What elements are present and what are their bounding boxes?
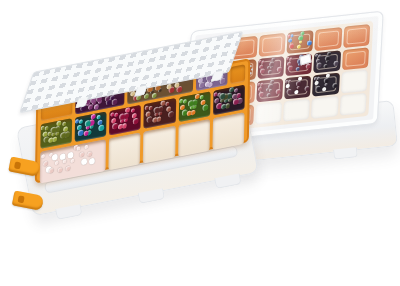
bead xyxy=(133,118,139,125)
bead xyxy=(84,145,88,150)
bead xyxy=(315,58,319,62)
bead xyxy=(131,108,135,113)
bead xyxy=(45,126,49,131)
bead xyxy=(200,95,204,100)
bead xyxy=(306,41,311,47)
tray-compartment xyxy=(178,119,210,157)
storage-bin xyxy=(339,92,366,115)
bead xyxy=(267,65,270,68)
bead xyxy=(168,111,174,118)
tray-compartment xyxy=(144,98,176,128)
bin-ridge xyxy=(345,50,366,67)
bead xyxy=(110,113,114,118)
bead xyxy=(114,112,118,117)
bead xyxy=(118,123,123,129)
left-box-foot xyxy=(55,204,83,220)
bead xyxy=(43,160,48,166)
storage-bin xyxy=(285,53,312,76)
storage-bin xyxy=(342,47,369,70)
bead xyxy=(79,152,84,158)
bead xyxy=(313,77,316,80)
tray-compartment xyxy=(75,112,107,142)
storage-bin xyxy=(257,56,284,79)
storage-bin xyxy=(255,101,282,124)
tray-compartment xyxy=(178,92,210,122)
latch-slot xyxy=(17,195,24,203)
bead xyxy=(89,157,95,164)
bead xyxy=(62,159,66,164)
left-box-foot xyxy=(138,188,166,204)
bead xyxy=(179,99,183,104)
bead xyxy=(83,130,88,136)
storage-bin xyxy=(341,70,368,93)
storage-bin xyxy=(315,27,342,50)
tray-compartment xyxy=(109,132,141,170)
bead xyxy=(77,146,81,151)
tray-compartment xyxy=(40,118,72,148)
bead xyxy=(266,93,270,97)
tray-compartment xyxy=(231,64,246,84)
bead xyxy=(99,125,105,132)
bead xyxy=(304,86,309,92)
bead xyxy=(49,168,54,174)
storage-bin xyxy=(311,95,338,118)
bead xyxy=(152,92,157,98)
product-photo: Product photo on a white background: two… xyxy=(0,0,400,286)
bead xyxy=(70,159,74,164)
bead xyxy=(276,89,281,95)
bead xyxy=(87,151,92,157)
bin-ridge xyxy=(318,30,339,47)
bead xyxy=(148,106,152,111)
bead xyxy=(96,115,100,120)
tray-compartment xyxy=(213,85,245,115)
storage-bin xyxy=(256,78,283,101)
bead xyxy=(318,54,321,57)
storage-bin xyxy=(312,73,339,96)
bead xyxy=(183,99,187,104)
right-box-foot xyxy=(333,147,358,159)
latch-slot xyxy=(14,161,21,169)
bead xyxy=(41,154,45,159)
storage-bin xyxy=(314,50,341,73)
left-organizer-box xyxy=(0,32,272,255)
bead xyxy=(144,106,148,111)
bead xyxy=(62,121,66,126)
bead xyxy=(332,83,337,89)
tray-compartment xyxy=(212,112,244,150)
bead xyxy=(57,167,62,173)
bead xyxy=(79,119,83,124)
bead xyxy=(65,166,70,172)
storage-bin xyxy=(284,75,311,98)
bead xyxy=(55,160,59,165)
tray-compartment xyxy=(143,126,175,164)
bead xyxy=(333,61,338,67)
storage-bin xyxy=(343,24,370,47)
bead xyxy=(305,63,310,69)
bead xyxy=(42,131,47,137)
bin-ridge xyxy=(262,36,283,53)
storage-bin xyxy=(258,33,285,56)
bead xyxy=(277,66,282,72)
left-box-foot xyxy=(214,173,242,189)
bead xyxy=(202,104,208,111)
tray-compartment xyxy=(109,105,141,135)
bead xyxy=(234,88,238,93)
storage-bin xyxy=(287,30,314,53)
bead xyxy=(82,158,88,165)
bead xyxy=(165,101,169,106)
storage-bin xyxy=(283,98,310,121)
bin-ridge xyxy=(346,27,367,44)
